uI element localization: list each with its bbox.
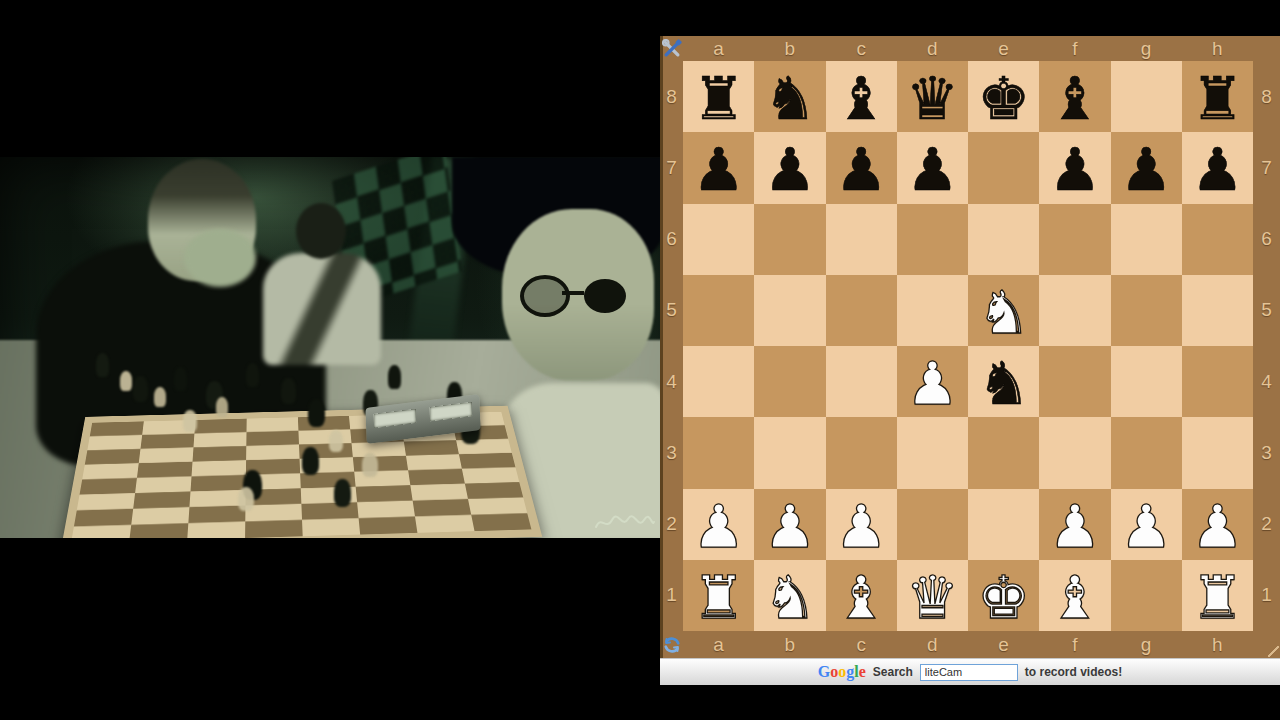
square-d7[interactable]: ♟ (897, 132, 968, 203)
player-right-glasses (520, 275, 570, 317)
file-label-g: g (1111, 38, 1182, 60)
rank-label-4: 4 (1261, 371, 1272, 393)
search-input[interactable] (920, 664, 1018, 681)
black-queen[interactable]: ♛ (906, 69, 959, 128)
white-knight[interactable]: ♞ (977, 283, 1030, 342)
black-pawn[interactable]: ♟ (835, 140, 888, 199)
square-b2[interactable]: ♟ (754, 489, 825, 560)
square-c3[interactable] (826, 417, 897, 488)
rank-label-6: 6 (666, 228, 677, 250)
rank-label-3: 3 (666, 442, 677, 464)
file-label-h: h (1182, 38, 1253, 60)
square-f6[interactable] (1039, 204, 1110, 275)
search-suffix-text: to record videos! (1025, 665, 1122, 679)
rank-label-2: 2 (666, 513, 677, 535)
square-f7[interactable]: ♟ (1039, 132, 1110, 203)
file-label-a: a (683, 38, 754, 60)
square-g5[interactable] (1111, 275, 1182, 346)
square-g3[interactable] (1111, 417, 1182, 488)
square-h5[interactable] (1182, 275, 1253, 346)
square-b5[interactable] (754, 275, 825, 346)
square-d6[interactable] (897, 204, 968, 275)
square-h1[interactable]: ♜ (1182, 560, 1253, 631)
black-knight[interactable]: ♞ (977, 354, 1030, 413)
file-label-d: d (897, 634, 968, 656)
white-pawn[interactable]: ♟ (1191, 497, 1244, 556)
square-f2[interactable]: ♟ (1039, 489, 1110, 560)
square-b6[interactable] (754, 204, 825, 275)
file-labels-top: abcdefgh (683, 36, 1253, 61)
white-pawn[interactable]: ♟ (692, 497, 745, 556)
corner-top-right (1253, 36, 1280, 61)
photo-light-pieces (120, 371, 132, 391)
square-c8[interactable]: ♝ (826, 61, 897, 132)
file-label-e: e (968, 634, 1039, 656)
refresh-button[interactable] (660, 631, 683, 658)
square-a1[interactable]: ♜ (683, 560, 754, 631)
square-h8[interactable]: ♜ (1182, 61, 1253, 132)
rank-label-7: 7 (1261, 157, 1272, 179)
chess-board: ♜♞♝♛♚♝♜♟♟♟♟♟♟♟♞♟♞♟♟♟♟♟♟♜♞♝♛♚♝♜ (683, 61, 1253, 631)
square-b4[interactable] (754, 346, 825, 417)
rank-labels-left: 87654321 (660, 61, 683, 631)
square-c7[interactable]: ♟ (826, 132, 897, 203)
square-e3[interactable] (968, 417, 1039, 488)
google-logo: Google (818, 663, 866, 681)
file-label-c: c (826, 38, 897, 60)
white-pawn[interactable]: ♟ (1120, 497, 1173, 556)
file-label-c: c (826, 634, 897, 656)
square-b1[interactable]: ♞ (754, 560, 825, 631)
square-c6[interactable] (826, 204, 897, 275)
black-pawn[interactable]: ♟ (763, 140, 816, 199)
rank-label-8: 8 (1261, 86, 1272, 108)
rank-label-8: 8 (666, 86, 677, 108)
file-label-f: f (1039, 38, 1110, 60)
square-h4[interactable] (1182, 346, 1253, 417)
screenshot-stage: abcdefgh 87654321 ♜♞♝♛♚♝♜♟♟♟♟♟♟♟♞♟♞♟♟♟♟♟… (0, 0, 1280, 720)
white-pawn[interactable]: ♟ (835, 497, 888, 556)
black-pawn[interactable]: ♟ (1191, 140, 1244, 199)
resize-grip[interactable] (1268, 646, 1279, 657)
tools-button[interactable] (660, 36, 683, 61)
square-b3[interactable] (754, 417, 825, 488)
file-labels-bottom: abcdefgh (683, 631, 1253, 658)
file-label-f: f (1039, 634, 1110, 656)
google-search-bar: Google Search to record videos! (660, 658, 1280, 685)
square-g4[interactable] (1111, 346, 1182, 417)
square-g2[interactable]: ♟ (1111, 489, 1182, 560)
player-left-hand (184, 229, 256, 287)
square-g8[interactable] (1111, 61, 1182, 132)
square-e4[interactable]: ♞ (968, 346, 1039, 417)
spectator-body (263, 253, 381, 365)
watermark (594, 511, 656, 535)
square-d3[interactable] (897, 417, 968, 488)
black-pawn[interactable]: ♟ (692, 140, 745, 199)
square-e2[interactable] (968, 489, 1039, 560)
rank-labels-right: 87654321 (1253, 61, 1280, 631)
square-f8[interactable]: ♝ (1039, 61, 1110, 132)
white-knight[interactable]: ♞ (763, 568, 816, 627)
chess-panel: abcdefgh 87654321 ♜♞♝♛♚♝♜♟♟♟♟♟♟♟♞♟♞♟♟♟♟♟… (660, 36, 1280, 658)
square-a8[interactable]: ♜ (683, 61, 754, 132)
square-e6[interactable] (968, 204, 1039, 275)
black-bishop[interactable]: ♝ (835, 69, 888, 128)
square-e7[interactable] (968, 132, 1039, 203)
white-king[interactable]: ♚ (977, 568, 1030, 627)
google-logo-letter: G (818, 663, 830, 680)
file-label-g: g (1111, 634, 1182, 656)
square-c4[interactable] (826, 346, 897, 417)
square-e5[interactable]: ♞ (968, 275, 1039, 346)
rank-label-1: 1 (1261, 584, 1272, 606)
square-e1[interactable]: ♚ (968, 560, 1039, 631)
file-label-b: b (754, 38, 825, 60)
square-f5[interactable] (1039, 275, 1110, 346)
square-a7[interactable]: ♟ (683, 132, 754, 203)
black-rook[interactable]: ♜ (692, 69, 745, 128)
white-bishop[interactable]: ♝ (835, 568, 888, 627)
rank-label-2: 2 (1261, 513, 1272, 535)
file-label-d: d (897, 38, 968, 60)
refresh-icon (662, 635, 682, 655)
square-f1[interactable]: ♝ (1039, 560, 1110, 631)
white-rook[interactable]: ♜ (692, 568, 745, 627)
square-f4[interactable] (1039, 346, 1110, 417)
rank-label-7: 7 (666, 157, 677, 179)
google-logo-letter: e (859, 663, 866, 680)
square-a4[interactable] (683, 346, 754, 417)
square-d4[interactable]: ♟ (897, 346, 968, 417)
rank-label-4: 4 (666, 371, 677, 393)
square-d8[interactable]: ♛ (897, 61, 968, 132)
square-c2[interactable]: ♟ (826, 489, 897, 560)
file-label-b: b (754, 634, 825, 656)
white-rook[interactable]: ♜ (1191, 568, 1244, 627)
file-label-e: e (968, 38, 1039, 60)
square-d5[interactable] (897, 275, 968, 346)
square-d1[interactable]: ♛ (897, 560, 968, 631)
photo-dark-pieces (96, 353, 109, 377)
black-rook[interactable]: ♜ (1191, 69, 1244, 128)
square-c5[interactable] (826, 275, 897, 346)
black-knight[interactable]: ♞ (763, 69, 816, 128)
black-pawn[interactable]: ♟ (906, 140, 959, 199)
video-frame[interactable] (0, 157, 661, 538)
rank-label-5: 5 (666, 299, 677, 321)
square-b8[interactable]: ♞ (754, 61, 825, 132)
search-label: Search (873, 665, 913, 679)
tools-icon (662, 39, 682, 59)
square-a2[interactable]: ♟ (683, 489, 754, 560)
file-label-h: h (1182, 634, 1253, 656)
square-a3[interactable] (683, 417, 754, 488)
square-f3[interactable] (1039, 417, 1110, 488)
square-a6[interactable] (683, 204, 754, 275)
white-pawn[interactable]: ♟ (763, 497, 816, 556)
white-bishop[interactable]: ♝ (1048, 568, 1101, 627)
square-g1[interactable] (1111, 560, 1182, 631)
white-pawn[interactable]: ♟ (1048, 497, 1101, 556)
black-pawn[interactable]: ♟ (1048, 140, 1101, 199)
square-a5[interactable] (683, 275, 754, 346)
square-h3[interactable] (1182, 417, 1253, 488)
square-c1[interactable]: ♝ (826, 560, 897, 631)
black-king[interactable]: ♚ (977, 69, 1030, 128)
spectator-head (296, 203, 346, 259)
white-pawn[interactable]: ♟ (906, 354, 959, 413)
rank-label-5: 5 (1261, 299, 1272, 321)
square-e8[interactable]: ♚ (968, 61, 1039, 132)
black-bishop[interactable]: ♝ (1048, 69, 1101, 128)
rank-label-3: 3 (1261, 442, 1272, 464)
rank-label-6: 6 (1261, 228, 1272, 250)
rank-label-1: 1 (666, 584, 677, 606)
square-h7[interactable]: ♟ (1182, 132, 1253, 203)
black-pawn[interactable]: ♟ (1120, 140, 1173, 199)
square-b7[interactable]: ♟ (754, 132, 825, 203)
square-h6[interactable] (1182, 204, 1253, 275)
square-g7[interactable]: ♟ (1111, 132, 1182, 203)
square-h2[interactable]: ♟ (1182, 489, 1253, 560)
square-d2[interactable] (897, 489, 968, 560)
square-g6[interactable] (1111, 204, 1182, 275)
white-queen[interactable]: ♛ (906, 568, 959, 627)
file-label-a: a (683, 634, 754, 656)
